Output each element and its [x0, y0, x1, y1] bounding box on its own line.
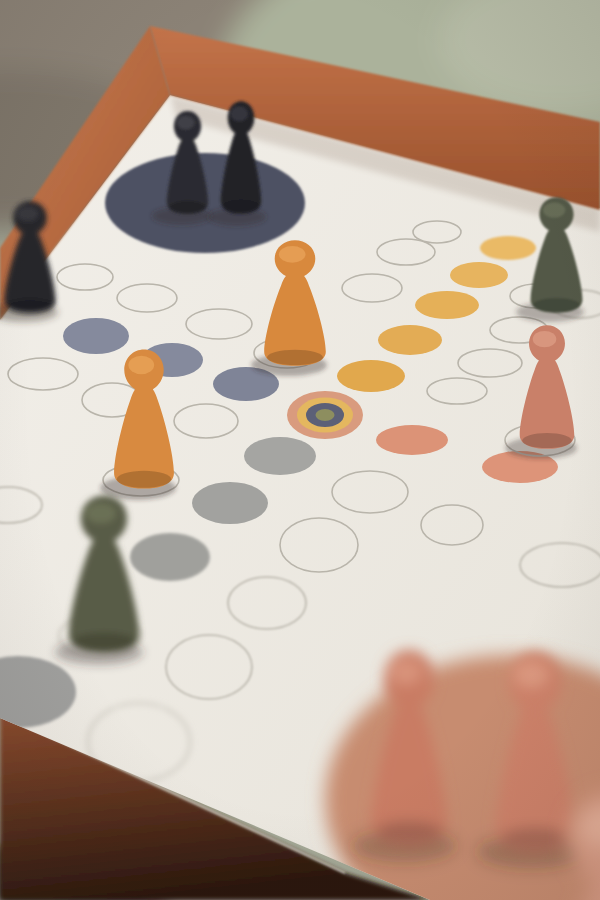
- photo-of-ludo-board: [0, 0, 600, 900]
- vignette: [0, 0, 600, 900]
- scene: [0, 0, 600, 900]
